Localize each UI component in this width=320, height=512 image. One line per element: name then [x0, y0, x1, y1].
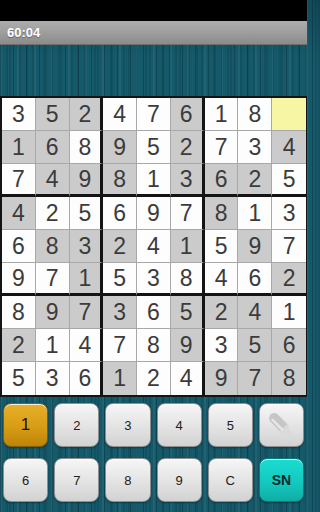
cell-r1c1[interactable]: 3: [2, 98, 36, 131]
cell-r3c4[interactable]: 8: [103, 164, 137, 197]
cell-r5c4[interactable]: 2: [103, 230, 137, 263]
cell-r8c8[interactable]: 5: [238, 329, 272, 362]
cell-r7c2[interactable]: 9: [36, 296, 70, 329]
cell-r2c5[interactable]: 5: [137, 131, 171, 164]
cell-r5c3[interactable]: 3: [70, 230, 104, 263]
cell-r9c9[interactable]: 8: [272, 362, 306, 395]
cell-r5c8[interactable]: 9: [238, 230, 272, 263]
cell-r1c9[interactable]: [272, 98, 306, 131]
cell-r5c2[interactable]: 8: [36, 230, 70, 263]
cell-r4c3[interactable]: 5: [70, 197, 104, 230]
cell-r9c6[interactable]: 4: [171, 362, 205, 395]
cell-r2c6[interactable]: 2: [171, 131, 205, 164]
cell-r7c8[interactable]: 4: [238, 296, 272, 329]
keypad-row-1: 1 2 3 4 5: [3, 403, 304, 447]
cell-r6c2[interactable]: 7: [36, 263, 70, 296]
cell-r4c6[interactable]: 7: [171, 197, 205, 230]
cell-r4c8[interactable]: 1: [238, 197, 272, 230]
key-1[interactable]: 1: [3, 403, 48, 447]
cell-r6c6[interactable]: 8: [171, 263, 205, 296]
cell-r8c1[interactable]: 2: [2, 329, 36, 362]
cell-r1c2[interactable]: 5: [36, 98, 70, 131]
cell-r8c6[interactable]: 9: [171, 329, 205, 362]
cell-r2c7[interactable]: 7: [205, 131, 239, 164]
cell-r3c8[interactable]: 2: [238, 164, 272, 197]
cell-r2c4[interactable]: 9: [103, 131, 137, 164]
cell-r4c4[interactable]: 6: [103, 197, 137, 230]
cell-r7c4[interactable]: 3: [103, 296, 137, 329]
cell-r9c7[interactable]: 9: [205, 362, 239, 395]
keypad-row-2: 6 7 8 9 C SN: [3, 458, 304, 502]
cell-r9c4[interactable]: 1: [103, 362, 137, 395]
cell-r3c7[interactable]: 6: [205, 164, 239, 197]
key-sn[interactable]: SN: [259, 458, 304, 502]
cell-r8c7[interactable]: 3: [205, 329, 239, 362]
cell-r4c2[interactable]: 2: [36, 197, 70, 230]
pencil-icon: [264, 408, 298, 442]
cell-r1c4[interactable]: 4: [103, 98, 137, 131]
cell-r5c7[interactable]: 5: [205, 230, 239, 263]
cell-r9c1[interactable]: 5: [2, 362, 36, 395]
cell-r8c3[interactable]: 4: [70, 329, 104, 362]
cell-r6c3[interactable]: 1: [70, 263, 104, 296]
cell-r6c1[interactable]: 9: [2, 263, 36, 296]
cell-r9c8[interactable]: 7: [238, 362, 272, 395]
cell-r4c9[interactable]: 3: [272, 197, 306, 230]
board-top-margin: [0, 45, 307, 96]
cell-r2c8[interactable]: 3: [238, 131, 272, 164]
cell-r3c6[interactable]: 3: [171, 164, 205, 197]
cell-r5c1[interactable]: 6: [2, 230, 36, 263]
key-7[interactable]: 7: [54, 458, 99, 502]
cell-r7c3[interactable]: 7: [70, 296, 104, 329]
key-9[interactable]: 9: [157, 458, 202, 502]
cell-r9c3[interactable]: 6: [70, 362, 104, 395]
key-clear[interactable]: C: [208, 458, 253, 502]
cell-r9c5[interactable]: 2: [137, 362, 171, 395]
cell-r1c6[interactable]: 6: [171, 98, 205, 131]
cell-r6c9[interactable]: 2: [272, 263, 306, 296]
key-6[interactable]: 6: [3, 458, 48, 502]
timer-text: 60:04: [7, 25, 40, 40]
key-8[interactable]: 8: [105, 458, 150, 502]
cell-r3c2[interactable]: 4: [36, 164, 70, 197]
cell-r8c2[interactable]: 1: [36, 329, 70, 362]
cell-r4c7[interactable]: 8: [205, 197, 239, 230]
cell-r1c3[interactable]: 2: [70, 98, 104, 131]
cell-r6c8[interactable]: 6: [238, 263, 272, 296]
timer-bar: 60:04: [0, 21, 307, 45]
cell-r7c6[interactable]: 5: [171, 296, 205, 329]
cell-r7c1[interactable]: 8: [2, 296, 36, 329]
cell-r5c9[interactable]: 7: [272, 230, 306, 263]
cell-r2c3[interactable]: 8: [70, 131, 104, 164]
cell-r1c8[interactable]: 8: [238, 98, 272, 131]
cell-r6c4[interactable]: 5: [103, 263, 137, 296]
cell-r5c6[interactable]: 1: [171, 230, 205, 263]
key-pencil[interactable]: [259, 403, 304, 447]
key-2[interactable]: 2: [54, 403, 99, 447]
cell-r4c1[interactable]: 4: [2, 197, 36, 230]
key-4[interactable]: 4: [157, 403, 202, 447]
sudoku-app: { "game": "sudoku", "position": { "grid"…: [0, 0, 307, 512]
android-status-bar: [0, 0, 307, 21]
cell-r3c9[interactable]: 5: [272, 164, 306, 197]
cell-r8c9[interactable]: 6: [272, 329, 306, 362]
keypad: 1 2 3 4 5 6 7 8 9 C SN: [0, 403, 307, 502]
sudoku-board: 3524761816895273474981362542569781368324…: [0, 96, 307, 397]
cell-r3c1[interactable]: 7: [2, 164, 36, 197]
cell-r5c5[interactable]: 4: [137, 230, 171, 263]
cell-r1c7[interactable]: 1: [205, 98, 239, 131]
cell-r6c5[interactable]: 3: [137, 263, 171, 296]
cell-r3c3[interactable]: 9: [70, 164, 104, 197]
cell-r6c7[interactable]: 4: [205, 263, 239, 296]
cell-r7c7[interactable]: 2: [205, 296, 239, 329]
cell-r7c9[interactable]: 1: [272, 296, 306, 329]
cell-r3c5[interactable]: 1: [137, 164, 171, 197]
cell-r7c5[interactable]: 6: [137, 296, 171, 329]
cell-r1c5[interactable]: 7: [137, 98, 171, 131]
cell-r2c2[interactable]: 6: [36, 131, 70, 164]
cell-r4c5[interactable]: 9: [137, 197, 171, 230]
key-5[interactable]: 5: [208, 403, 253, 447]
cell-r2c9[interactable]: 4: [272, 131, 306, 164]
key-3[interactable]: 3: [105, 403, 150, 447]
cell-r8c4[interactable]: 7: [103, 329, 137, 362]
cell-r8c5[interactable]: 8: [137, 329, 171, 362]
cell-r2c1[interactable]: 1: [2, 131, 36, 164]
cell-r9c2[interactable]: 3: [36, 362, 70, 395]
